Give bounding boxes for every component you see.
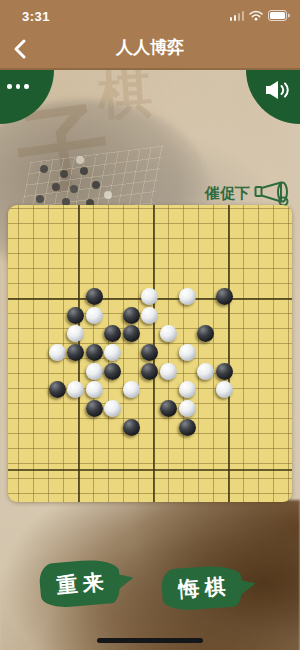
ellipsis-icon <box>7 84 29 89</box>
stone-black <box>86 400 103 417</box>
stone-black <box>160 400 177 417</box>
stone-black <box>86 288 103 305</box>
urge-label: 催促下 <box>205 184 250 203</box>
page-title: 人人博弈 <box>0 30 300 66</box>
stone-black <box>104 325 121 342</box>
stone-black <box>179 419 196 436</box>
stone-white <box>141 307 158 324</box>
status-bar: 3:31 <box>0 0 300 30</box>
stone-white <box>86 307 103 324</box>
stone-black <box>141 344 158 361</box>
stone-black <box>123 307 140 324</box>
signal-icon <box>230 11 245 21</box>
stone-white <box>86 363 103 380</box>
wifi-icon <box>249 10 263 21</box>
stone-black <box>216 288 233 305</box>
background-stones-sketch <box>40 165 48 173</box>
megaphone-icon <box>254 180 290 207</box>
stone-white <box>197 363 214 380</box>
stone-white <box>123 381 140 398</box>
restart-button[interactable]: 重来 <box>38 558 122 610</box>
stone-black <box>141 363 158 380</box>
stone-white <box>141 288 158 305</box>
stone-white <box>160 325 177 342</box>
home-indicator[interactable] <box>97 638 203 643</box>
stone-white <box>67 325 84 342</box>
stone-white <box>67 381 84 398</box>
stone-black <box>67 344 84 361</box>
urge-move-button[interactable]: 催促下 <box>205 180 290 207</box>
speaker-icon <box>265 79 293 101</box>
stone-layer <box>8 205 292 502</box>
battery-icon <box>268 10 290 21</box>
header-bar: 3:31 人人博弈 <box>0 0 300 70</box>
stone-black <box>216 363 233 380</box>
undo-move-button[interactable]: 悔棋 <box>161 564 244 611</box>
stone-black <box>123 419 140 436</box>
stone-black <box>123 325 140 342</box>
stone-white <box>104 400 121 417</box>
stone-white <box>179 400 196 417</box>
gomoku-board[interactable] <box>8 205 292 502</box>
stone-white <box>104 344 121 361</box>
stone-white <box>179 381 196 398</box>
clock: 3:31 <box>22 9 50 24</box>
stone-black <box>49 381 66 398</box>
stone-white <box>160 363 177 380</box>
stone-black <box>67 307 84 324</box>
undo-label: 悔棋 <box>173 572 232 604</box>
stone-black <box>86 344 103 361</box>
stone-black <box>104 363 121 380</box>
stone-white <box>179 288 196 305</box>
restart-label: 重来 <box>50 567 109 600</box>
stone-black <box>197 325 214 342</box>
stone-white <box>49 344 66 361</box>
stone-white <box>216 381 233 398</box>
stone-white <box>179 344 196 361</box>
stone-white <box>86 381 103 398</box>
